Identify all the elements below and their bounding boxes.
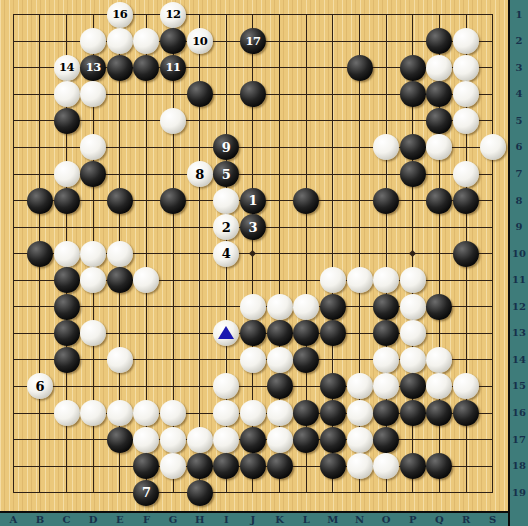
stone-B8-black[interactable]	[27, 188, 53, 214]
stone-S6-white[interactable]	[480, 134, 506, 160]
col-label-J: J	[251, 515, 256, 525]
row-label-14: 14	[512, 355, 526, 365]
row-label-10: 10	[512, 249, 526, 259]
col-label-C: C	[63, 515, 71, 525]
row-label-3: 3	[516, 63, 523, 73]
stone-G1-white[interactable]: 12	[160, 2, 186, 28]
stone-O14-white[interactable]	[373, 347, 399, 373]
stone-Q4-black[interactable]	[426, 81, 452, 107]
stone-E16-white[interactable]	[107, 400, 133, 426]
stone-E2-white[interactable]	[107, 28, 133, 54]
stone-G5-white[interactable]	[160, 108, 186, 134]
stone-P3-black[interactable]	[400, 55, 426, 81]
move-number-label: 4	[213, 241, 239, 267]
stone-R10-black[interactable]	[453, 241, 479, 267]
stone-C14-black[interactable]	[54, 347, 80, 373]
stone-R2-white[interactable]	[453, 28, 479, 54]
stone-K13-black[interactable]	[267, 320, 293, 346]
col-label-Q: Q	[435, 515, 444, 525]
stone-L8-black[interactable]	[293, 188, 319, 214]
stone-H7-white[interactable]: 8	[187, 161, 213, 187]
stone-P18-black[interactable]	[400, 453, 426, 479]
stone-C12-black[interactable]	[54, 294, 80, 320]
col-label-M: M	[327, 515, 338, 525]
col-label-E: E	[116, 515, 124, 525]
stone-F3-black[interactable]	[133, 55, 159, 81]
stone-J2-black[interactable]: 17	[240, 28, 266, 54]
stone-O11-white[interactable]	[373, 267, 399, 293]
stone-D7-black[interactable]	[80, 161, 106, 187]
go-game-diagram: 16121017141311985123467 1234567891011121…	[0, 0, 528, 526]
stone-K12-white[interactable]	[267, 294, 293, 320]
stone-E11-black[interactable]	[107, 267, 133, 293]
stone-C3-white[interactable]: 14	[54, 55, 80, 81]
col-label-D: D	[89, 515, 98, 525]
row-label-6: 6	[516, 142, 523, 152]
stone-C8-black[interactable]	[54, 188, 80, 214]
stone-O8-black[interactable]	[373, 188, 399, 214]
stone-Q2-black[interactable]	[426, 28, 452, 54]
stone-J8-black[interactable]: 1	[240, 188, 266, 214]
stone-L12-white[interactable]	[293, 294, 319, 320]
stone-D4-white[interactable]	[80, 81, 106, 107]
move-number-label: 7	[133, 480, 159, 506]
stone-Q6-white[interactable]	[426, 134, 452, 160]
col-label-L: L	[303, 515, 310, 525]
stone-M18-black[interactable]	[320, 453, 346, 479]
stone-C7-white[interactable]	[54, 161, 80, 187]
stone-G16-white[interactable]	[160, 400, 186, 426]
stone-L13-black[interactable]	[293, 320, 319, 346]
move-number-label: 10	[187, 28, 213, 54]
stone-O15-white[interactable]	[373, 373, 399, 399]
stone-Q18-black[interactable]	[426, 453, 452, 479]
stone-D11-white[interactable]	[80, 267, 106, 293]
stone-O6-white[interactable]	[373, 134, 399, 160]
stone-J18-black[interactable]	[240, 453, 266, 479]
stone-P15-black[interactable]	[400, 373, 426, 399]
stone-N18-white[interactable]	[347, 453, 373, 479]
stone-D6-white[interactable]	[80, 134, 106, 160]
stone-I6-black[interactable]: 9	[213, 134, 239, 160]
stone-G18-white[interactable]	[160, 453, 186, 479]
stone-M17-black[interactable]	[320, 427, 346, 453]
stone-Q14-white[interactable]	[426, 347, 452, 373]
stone-P12-white[interactable]	[400, 294, 426, 320]
stone-F2-white[interactable]	[133, 28, 159, 54]
stone-E10-white[interactable]	[107, 241, 133, 267]
stone-M12-black[interactable]	[320, 294, 346, 320]
stone-I9-white[interactable]: 2	[213, 214, 239, 240]
stone-F18-black[interactable]	[133, 453, 159, 479]
stone-J9-black[interactable]: 3	[240, 214, 266, 240]
stone-F16-white[interactable]	[133, 400, 159, 426]
col-label-O: O	[382, 515, 391, 525]
col-label-S: S	[489, 515, 496, 525]
stone-G2-black[interactable]	[160, 28, 186, 54]
row-label-12: 12	[512, 302, 526, 312]
stone-J16-white[interactable]	[240, 400, 266, 426]
stone-E8-black[interactable]	[107, 188, 133, 214]
stone-N3-black[interactable]	[347, 55, 373, 81]
stone-K17-white[interactable]	[267, 427, 293, 453]
row-label-2: 2	[516, 36, 523, 46]
col-label-H: H	[195, 515, 204, 525]
stone-J13-black[interactable]	[240, 320, 266, 346]
stone-K15-black[interactable]	[267, 373, 293, 399]
stone-O17-black[interactable]	[373, 427, 399, 453]
stone-J17-black[interactable]	[240, 427, 266, 453]
stone-H17-white[interactable]	[187, 427, 213, 453]
move-number-label: 14	[54, 55, 80, 81]
stone-O12-black[interactable]	[373, 294, 399, 320]
row-label-15: 15	[512, 381, 526, 391]
row-label-1: 1	[516, 10, 523, 20]
row-label-17: 17	[512, 435, 526, 445]
star-point-J10	[249, 250, 256, 257]
stone-Q3-white[interactable]	[426, 55, 452, 81]
stone-K18-black[interactable]	[267, 453, 293, 479]
col-label-F: F	[143, 515, 150, 525]
stone-N11-white[interactable]	[347, 267, 373, 293]
stone-C16-white[interactable]	[54, 400, 80, 426]
stone-P16-black[interactable]	[400, 400, 426, 426]
stone-R8-black[interactable]	[453, 188, 479, 214]
stone-O18-white[interactable]	[373, 453, 399, 479]
stone-Q12-black[interactable]	[426, 294, 452, 320]
col-label-K: K	[275, 515, 284, 525]
move-number-label: 3	[240, 214, 266, 240]
stone-J12-white[interactable]	[240, 294, 266, 320]
stone-B15-white[interactable]: 6	[27, 373, 53, 399]
stone-C11-black[interactable]	[54, 267, 80, 293]
stone-F19-black[interactable]: 7	[133, 480, 159, 506]
stone-H18-black[interactable]	[187, 453, 213, 479]
stone-M16-black[interactable]	[320, 400, 346, 426]
stone-D2-white[interactable]	[80, 28, 106, 54]
go-board[interactable]: 16121017141311985123467	[0, 0, 528, 526]
stone-D3-black[interactable]: 13	[80, 55, 106, 81]
stone-N17-white[interactable]	[347, 427, 373, 453]
col-label-P: P	[409, 515, 417, 525]
row-label-9: 9	[516, 222, 523, 232]
stone-H19-black[interactable]	[187, 480, 213, 506]
stone-E17-black[interactable]	[107, 427, 133, 453]
stone-G17-white[interactable]	[160, 427, 186, 453]
row-label-5: 5	[516, 116, 523, 126]
stone-O16-black[interactable]	[373, 400, 399, 426]
stone-G8-black[interactable]	[160, 188, 186, 214]
grid-hline	[13, 492, 493, 493]
stone-I17-white[interactable]	[213, 427, 239, 453]
row-label-18: 18	[512, 461, 526, 471]
stone-C5-black[interactable]	[54, 108, 80, 134]
stone-C13-black[interactable]	[54, 320, 80, 346]
move-number-label: 16	[107, 2, 133, 28]
stone-P6-black[interactable]	[400, 134, 426, 160]
row-label-19: 19	[512, 488, 526, 498]
move-number-label: 1	[240, 188, 266, 214]
stone-K16-white[interactable]	[267, 400, 293, 426]
stone-R16-black[interactable]	[453, 400, 479, 426]
row-label-7: 7	[516, 169, 523, 179]
stone-R3-white[interactable]	[453, 55, 479, 81]
stone-J14-white[interactable]	[240, 347, 266, 373]
stone-L14-black[interactable]	[293, 347, 319, 373]
col-label-A: A	[9, 515, 17, 525]
stone-I15-white[interactable]	[213, 373, 239, 399]
stone-R4-white[interactable]	[453, 81, 479, 107]
triangle-marker-icon	[218, 326, 234, 339]
stone-L16-black[interactable]	[293, 400, 319, 426]
stone-F17-white[interactable]	[133, 427, 159, 453]
stone-Q8-black[interactable]	[426, 188, 452, 214]
move-number-label: 5	[213, 161, 239, 187]
stone-G3-black[interactable]: 11	[160, 55, 186, 81]
stone-C10-white[interactable]	[54, 241, 80, 267]
row-label-11: 11	[512, 275, 526, 285]
stone-H4-black[interactable]	[187, 81, 213, 107]
stone-I18-black[interactable]	[213, 453, 239, 479]
row-label-4: 4	[516, 89, 523, 99]
move-number-label: 6	[27, 373, 53, 399]
col-label-R: R	[462, 515, 470, 525]
star-point-P10	[409, 250, 416, 257]
row-label-13: 13	[512, 328, 526, 338]
stone-E3-black[interactable]	[107, 55, 133, 81]
stone-B10-black[interactable]	[27, 241, 53, 267]
stone-N16-white[interactable]	[347, 400, 373, 426]
stone-P13-white[interactable]	[400, 320, 426, 346]
stone-H2-white[interactable]: 10	[187, 28, 213, 54]
row-coordinate-strip: 12345678910111213141516171819	[508, 0, 528, 526]
stone-L17-black[interactable]	[293, 427, 319, 453]
row-label-8: 8	[516, 196, 523, 206]
col-label-N: N	[355, 515, 364, 525]
move-number-label: 2	[213, 214, 239, 240]
grid-vline	[492, 14, 493, 493]
stone-M11-white[interactable]	[320, 267, 346, 293]
move-number-label: 8	[187, 161, 213, 187]
stone-Q16-black[interactable]	[426, 400, 452, 426]
move-number-label: 13	[80, 55, 106, 81]
stone-R5-white[interactable]	[453, 108, 479, 134]
stone-M13-black[interactable]	[320, 320, 346, 346]
stone-F11-white[interactable]	[133, 267, 159, 293]
stone-D10-white[interactable]	[80, 241, 106, 267]
stone-C4-white[interactable]	[54, 81, 80, 107]
stone-R7-white[interactable]	[453, 161, 479, 187]
stone-P14-white[interactable]	[400, 347, 426, 373]
stone-I16-white[interactable]	[213, 400, 239, 426]
stone-N15-white[interactable]	[347, 373, 373, 399]
stone-I10-white[interactable]: 4	[213, 241, 239, 267]
stone-P11-white[interactable]	[400, 267, 426, 293]
column-coordinate-strip: ABCDEFGHIJKLMNOPQRS	[0, 511, 508, 526]
stone-D16-white[interactable]	[80, 400, 106, 426]
stone-K14-white[interactable]	[267, 347, 293, 373]
stone-R15-white[interactable]	[453, 373, 479, 399]
stone-D13-white[interactable]	[80, 320, 106, 346]
stone-I7-black[interactable]: 5	[213, 161, 239, 187]
stone-E14-white[interactable]	[107, 347, 133, 373]
stone-P7-black[interactable]	[400, 161, 426, 187]
row-label-16: 16	[512, 408, 526, 418]
move-number-label: 12	[160, 2, 186, 28]
stone-Q5-black[interactable]	[426, 108, 452, 134]
stone-E1-white[interactable]: 16	[107, 2, 133, 28]
stone-I8-white[interactable]	[213, 188, 239, 214]
col-label-G: G	[169, 515, 178, 525]
stone-Q15-white[interactable]	[426, 373, 452, 399]
stone-M15-black[interactable]	[320, 373, 346, 399]
move-number-label: 11	[160, 55, 186, 81]
stone-P4-black[interactable]	[400, 81, 426, 107]
stone-J4-black[interactable]	[240, 81, 266, 107]
col-label-I: I	[224, 515, 229, 525]
stone-O13-black[interactable]	[373, 320, 399, 346]
stone-I13-white[interactable]	[213, 320, 239, 346]
col-label-B: B	[36, 515, 44, 525]
move-number-label: 17	[240, 28, 266, 54]
move-number-label: 9	[213, 134, 239, 160]
